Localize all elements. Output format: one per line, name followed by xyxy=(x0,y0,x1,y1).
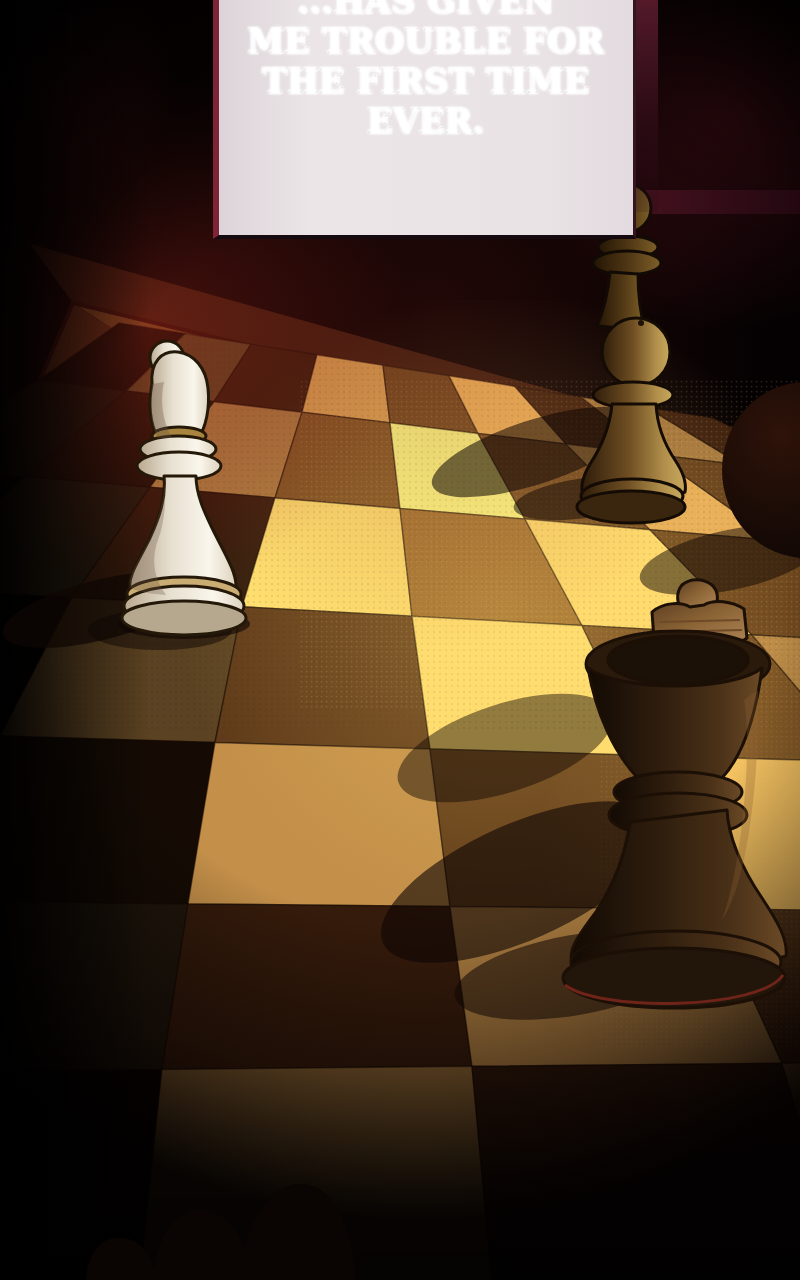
speech-line: EVER. xyxy=(219,102,633,142)
bubble-side-shadow xyxy=(636,0,658,212)
speech-text: ...HAS GIVEN ME TROUBLE FOR THE FIRST TI… xyxy=(219,0,633,142)
speech-line: ME TROUBLE FOR xyxy=(219,22,633,62)
speech-line: ...HAS GIVEN xyxy=(219,0,633,22)
speech-line: THE FIRST TIME xyxy=(219,62,633,102)
webtoon-panel: ...HAS GIVEN ME TROUBLE FOR THE FIRST TI… xyxy=(0,0,800,1280)
speech-bubble: ...HAS GIVEN ME TROUBLE FOR THE FIRST TI… xyxy=(213,0,636,239)
